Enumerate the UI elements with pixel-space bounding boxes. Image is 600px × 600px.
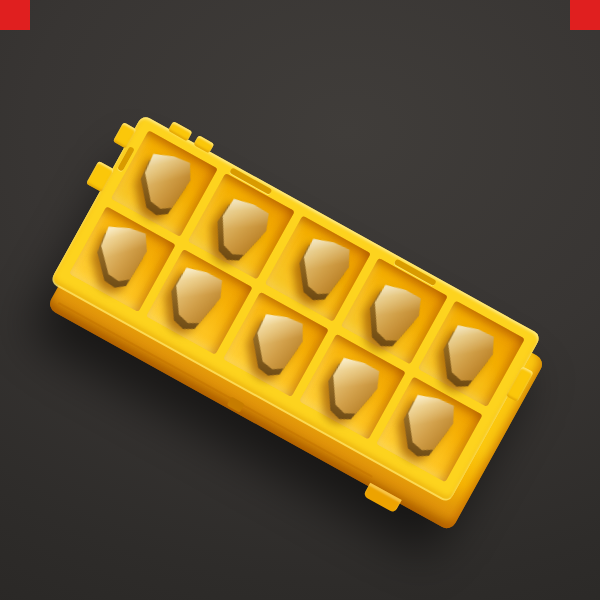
hinge-tab-west-lower	[86, 161, 114, 192]
carbide-insert	[400, 392, 458, 456]
carbide-insert	[167, 265, 227, 330]
carbide-insert	[323, 355, 383, 421]
carbide-insert	[97, 225, 150, 285]
hinge-tab-corner-a	[168, 121, 193, 141]
carbide-insert	[365, 282, 425, 348]
hinge-tab-west-upper	[113, 122, 137, 149]
carbide-insert	[251, 312, 307, 374]
carbide-insert	[139, 152, 194, 214]
carbide-insert	[440, 322, 498, 386]
carbide-insert	[296, 236, 354, 300]
red-corner-marker-right	[570, 0, 600, 30]
photo-background	[0, 0, 600, 600]
hinge-tab-corner-b	[193, 135, 214, 153]
carbide-insert	[212, 196, 274, 262]
red-corner-marker-left	[0, 0, 30, 30]
